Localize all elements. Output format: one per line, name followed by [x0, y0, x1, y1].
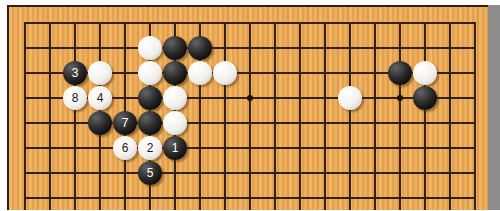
stone-black[interactable]	[388, 61, 412, 85]
move-number: 3	[72, 67, 79, 79]
stone-white[interactable]	[163, 111, 187, 135]
move-number: 2	[147, 142, 154, 154]
stone-white[interactable]	[338, 86, 362, 110]
stone-black-move-1[interactable]: 1	[163, 136, 187, 160]
move-number: 4	[97, 92, 104, 104]
move-number: 7	[122, 117, 129, 129]
stone-white-move-2[interactable]: 2	[138, 136, 162, 160]
stone-white[interactable]	[213, 61, 237, 85]
stone-grid: 38476215	[13, 11, 488, 211]
stone-white[interactable]	[138, 36, 162, 60]
stone-white-move-4[interactable]: 4	[88, 86, 112, 110]
stone-white[interactable]	[188, 61, 212, 85]
stone-black[interactable]	[188, 36, 212, 60]
stone-white[interactable]	[413, 61, 437, 85]
stone-white[interactable]	[88, 61, 112, 85]
move-number: 8	[72, 92, 79, 104]
stone-black[interactable]	[88, 111, 112, 135]
stone-white-move-6[interactable]: 6	[113, 136, 137, 160]
stone-black[interactable]	[163, 36, 187, 60]
board-edge-shadow	[488, 5, 500, 210]
move-number: 1	[172, 142, 179, 154]
move-number: 6	[122, 142, 129, 154]
stone-white[interactable]	[163, 86, 187, 110]
go-board[interactable]: 38476215	[9, 7, 488, 210]
go-diagram: 38476215	[0, 0, 500, 210]
stone-black[interactable]	[138, 86, 162, 110]
stone-white[interactable]	[138, 61, 162, 85]
stone-black-move-3[interactable]: 3	[63, 61, 87, 85]
stone-black-move-5[interactable]: 5	[138, 161, 162, 185]
stone-black[interactable]	[413, 86, 437, 110]
stone-black[interactable]	[163, 61, 187, 85]
move-number: 5	[147, 167, 154, 179]
stone-black[interactable]	[138, 111, 162, 135]
stone-white-move-8[interactable]: 8	[63, 86, 87, 110]
stone-black-move-7[interactable]: 7	[113, 111, 137, 135]
